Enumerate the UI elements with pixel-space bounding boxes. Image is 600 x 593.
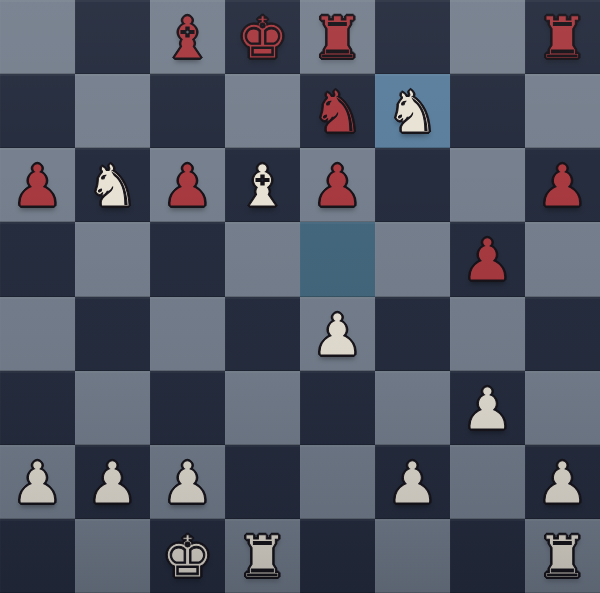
- square-a6[interactable]: ♟: [0, 148, 75, 222]
- square-e3[interactable]: [300, 371, 375, 445]
- piece-white-rook-d1[interactable]: ♜: [237, 528, 289, 586]
- piece-white-pawn-c2[interactable]: ♟: [162, 454, 214, 512]
- piece-red-bishop-c8[interactable]: ♝: [162, 9, 214, 67]
- square-h8[interactable]: ♜: [525, 0, 600, 74]
- square-b3[interactable]: [75, 371, 150, 445]
- square-h1[interactable]: ♜: [525, 519, 600, 593]
- square-d6[interactable]: ♝: [225, 148, 300, 222]
- piece-white-pawn-g3[interactable]: ♟: [462, 380, 514, 438]
- piece-red-knight-e7[interactable]: ♞: [312, 83, 364, 141]
- square-a8[interactable]: [0, 0, 75, 74]
- square-a1[interactable]: [0, 519, 75, 593]
- square-c3[interactable]: [150, 371, 225, 445]
- square-f6[interactable]: [375, 148, 450, 222]
- square-b4[interactable]: [75, 297, 150, 371]
- square-d2[interactable]: [225, 445, 300, 519]
- piece-white-knight-b6[interactable]: ♞: [87, 157, 139, 215]
- square-h2[interactable]: ♟: [525, 445, 600, 519]
- square-d5[interactable]: [225, 222, 300, 296]
- square-c5[interactable]: [150, 222, 225, 296]
- square-a7[interactable]: [0, 74, 75, 148]
- square-a4[interactable]: [0, 297, 75, 371]
- square-g1[interactable]: [450, 519, 525, 593]
- piece-red-rook-h8[interactable]: ♜: [537, 9, 589, 67]
- piece-white-pawn-b2[interactable]: ♟: [87, 454, 139, 512]
- piece-red-pawn-e6[interactable]: ♟: [312, 157, 364, 215]
- square-b5[interactable]: [75, 222, 150, 296]
- piece-red-king-d8[interactable]: ♚: [237, 9, 289, 67]
- square-e1[interactable]: [300, 519, 375, 593]
- square-g7[interactable]: [450, 74, 525, 148]
- square-f3[interactable]: [375, 371, 450, 445]
- square-e2[interactable]: [300, 445, 375, 519]
- square-h7[interactable]: [525, 74, 600, 148]
- piece-white-king-c1[interactable]: ♚: [162, 528, 214, 586]
- square-b7[interactable]: [75, 74, 150, 148]
- piece-red-pawn-g5[interactable]: ♟: [462, 231, 514, 289]
- square-a5[interactable]: [0, 222, 75, 296]
- square-h3[interactable]: [525, 371, 600, 445]
- square-b6[interactable]: ♞: [75, 148, 150, 222]
- piece-red-pawn-a6[interactable]: ♟: [12, 157, 64, 215]
- square-g8[interactable]: [450, 0, 525, 74]
- square-f7[interactable]: ♞: [375, 74, 450, 148]
- square-g5[interactable]: ♟: [450, 222, 525, 296]
- piece-red-pawn-c6[interactable]: ♟: [162, 157, 214, 215]
- square-a2[interactable]: ♟: [0, 445, 75, 519]
- square-h5[interactable]: [525, 222, 600, 296]
- square-g6[interactable]: [450, 148, 525, 222]
- square-f8[interactable]: [375, 0, 450, 74]
- piece-white-pawn-e4[interactable]: ♟: [312, 306, 364, 364]
- square-d3[interactable]: [225, 371, 300, 445]
- square-g2[interactable]: [450, 445, 525, 519]
- square-b2[interactable]: ♟: [75, 445, 150, 519]
- square-c4[interactable]: [150, 297, 225, 371]
- square-f2[interactable]: ♟: [375, 445, 450, 519]
- piece-red-rook-e8[interactable]: ♜: [312, 9, 364, 67]
- square-e5[interactable]: [300, 222, 375, 296]
- square-h6[interactable]: ♟: [525, 148, 600, 222]
- square-c6[interactable]: ♟: [150, 148, 225, 222]
- square-c2[interactable]: ♟: [150, 445, 225, 519]
- chess-board: ♝♚♜♜♞♞♟♞♟♝♟♟♟♟♟♟♟♟♟♟♚♜♜: [0, 0, 600, 593]
- square-b1[interactable]: [75, 519, 150, 593]
- square-c1[interactable]: ♚: [150, 519, 225, 593]
- square-f4[interactable]: [375, 297, 450, 371]
- square-b8[interactable]: [75, 0, 150, 74]
- square-e8[interactable]: ♜: [300, 0, 375, 74]
- square-c7[interactable]: [150, 74, 225, 148]
- piece-white-pawn-h2[interactable]: ♟: [537, 454, 589, 512]
- square-g3[interactable]: ♟: [450, 371, 525, 445]
- chess-board-container: ♝♚♜♜♞♞♟♞♟♝♟♟♟♟♟♟♟♟♟♟♚♜♜: [0, 0, 600, 593]
- square-d4[interactable]: [225, 297, 300, 371]
- piece-white-knight-f7[interactable]: ♞: [387, 83, 439, 141]
- piece-white-pawn-f2[interactable]: ♟: [387, 454, 439, 512]
- square-f1[interactable]: [375, 519, 450, 593]
- square-a3[interactable]: [0, 371, 75, 445]
- square-f5[interactable]: [375, 222, 450, 296]
- piece-white-pawn-a2[interactable]: ♟: [12, 454, 64, 512]
- square-e7[interactable]: ♞: [300, 74, 375, 148]
- piece-white-rook-h1[interactable]: ♜: [537, 528, 589, 586]
- square-d8[interactable]: ♚: [225, 0, 300, 74]
- square-g4[interactable]: [450, 297, 525, 371]
- square-e4[interactable]: ♟: [300, 297, 375, 371]
- piece-white-bishop-d6[interactable]: ♝: [237, 157, 289, 215]
- square-c8[interactable]: ♝: [150, 0, 225, 74]
- square-d1[interactable]: ♜: [225, 519, 300, 593]
- square-e6[interactable]: ♟: [300, 148, 375, 222]
- piece-red-pawn-h6[interactable]: ♟: [537, 157, 589, 215]
- square-d7[interactable]: [225, 74, 300, 148]
- square-h4[interactable]: [525, 297, 600, 371]
